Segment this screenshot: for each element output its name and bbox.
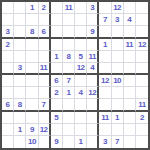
cell-r8c3[interactable] [26,87,38,99]
cell-r5c5[interactable]: 1 [51,51,63,63]
cell-r11c11[interactable] [124,124,136,136]
cell-r1c12[interactable] [136,2,148,14]
cell-r7c12[interactable] [136,75,148,87]
cell-r12c6[interactable] [63,136,75,148]
cell-r7c5[interactable]: 6 [51,75,63,87]
cell-r8c6[interactable]: 1 [63,87,75,99]
cell-r10c7[interactable] [75,112,87,124]
cell-r3c3[interactable]: 8 [26,26,38,38]
cell-r5c7[interactable]: 5 [75,51,87,63]
cell-r8c1[interactable] [2,87,14,99]
cell-r5c6[interactable]: 8 [63,51,75,63]
cell-r7c3[interactable] [26,75,38,87]
cell-r12c10[interactable]: 7 [112,136,124,148]
cell-r2c9[interactable]: 7 [99,14,111,26]
cell-r1c8[interactable]: 3 [87,2,99,14]
cell-r8c11[interactable] [124,87,136,99]
cell-r5c8[interactable]: 11 [87,51,99,63]
cell-r2c8[interactable] [87,14,99,26]
cell-r11c3[interactable]: 9 [26,124,38,136]
cell-r1c3[interactable]: 1 [26,2,38,14]
cell-r4c10[interactable] [112,39,124,51]
cell-r5c4[interactable] [39,51,51,63]
cell-r10c11[interactable] [124,112,136,124]
cell-r10c12[interactable]: 2 [136,112,148,124]
cell-r10c9[interactable]: 11 [99,112,111,124]
cell-r10c6[interactable] [63,112,75,124]
cell-r11c1[interactable] [2,124,14,136]
cell-r11c7[interactable] [75,124,87,136]
cell-r11c9[interactable] [99,124,111,136]
cell-r2c5[interactable] [51,14,63,26]
cell-r12c3[interactable]: 10 [26,136,38,148]
cell-r3c9[interactable] [99,26,111,38]
cell-r6c6[interactable] [63,63,75,75]
cell-r8c9[interactable] [99,87,111,99]
cell-r4c9[interactable]: 1 [99,39,111,51]
cell-r4c1[interactable]: 2 [2,39,14,51]
cell-r3c12[interactable] [136,26,148,38]
cell-r1c6[interactable]: 11 [63,2,75,14]
cell-r1c2[interactable] [14,2,26,14]
cell-r6c4[interactable]: 11 [39,63,51,75]
cell-r11c5[interactable] [51,124,63,136]
cell-r4c11[interactable]: 11 [124,39,136,51]
cell-r9c9[interactable] [99,99,111,111]
cell-r9c10[interactable] [112,99,124,111]
cell-r8c2[interactable] [14,87,26,99]
cell-r7c9[interactable]: 12 [99,75,111,87]
cell-r3c7[interactable] [75,26,87,38]
cell-r7c4[interactable] [39,75,51,87]
cell-r9c8[interactable] [87,99,99,111]
cell-r12c12[interactable] [136,136,148,148]
cell-r3c4[interactable]: 6 [39,26,51,38]
cell-r4c5[interactable] [51,39,63,51]
cell-r12c7[interactable]: 1 [75,136,87,148]
cell-r10c10[interactable]: 1 [112,112,124,124]
cell-r6c12[interactable] [136,63,148,75]
cell-r8c10[interactable] [112,87,124,99]
cell-r5c1[interactable] [2,51,14,63]
cell-r7c11[interactable] [124,75,136,87]
cell-r9c6[interactable] [63,99,75,111]
cell-r3c10[interactable] [112,26,124,38]
cell-r4c3[interactable] [26,39,38,51]
cell-r8c8[interactable]: 12 [87,87,99,99]
cell-r4c8[interactable] [87,39,99,51]
cell-r1c5[interactable] [51,2,63,14]
cell-r9c2[interactable]: 8 [14,99,26,111]
cell-r2c1[interactable] [2,14,14,26]
cell-r11c2[interactable]: 1 [14,124,26,136]
cell-r9c11[interactable] [124,99,136,111]
cell-r5c9[interactable] [99,51,111,63]
cell-r3c6[interactable] [63,26,75,38]
cell-r10c4[interactable] [39,112,51,124]
cell-r11c6[interactable] [63,124,75,136]
cell-r4c7[interactable] [75,39,87,51]
cell-r12c2[interactable] [14,136,26,148]
cell-r2c6[interactable] [63,14,75,26]
cell-r8c7[interactable]: 4 [75,87,87,99]
cell-r6c11[interactable] [124,63,136,75]
cell-r2c11[interactable]: 4 [124,14,136,26]
cell-r6c9[interactable] [99,63,111,75]
cell-r6c10[interactable] [112,63,124,75]
cell-r2c7[interactable] [75,14,87,26]
cell-r3c11[interactable] [124,26,136,38]
cell-r7c7[interactable] [75,75,87,87]
cell-r2c2[interactable] [14,14,26,26]
cell-r3c2[interactable] [14,26,26,38]
cell-r8c5[interactable]: 2 [51,87,63,99]
cell-r6c1[interactable] [2,63,14,75]
sudoku-board: 1211312734386921111218511311124671210214… [0,0,150,150]
cell-r6c7[interactable]: 12 [75,63,87,75]
cell-r11c10[interactable] [112,124,124,136]
cell-r9c7[interactable] [75,99,87,111]
cell-r4c2[interactable] [14,39,26,51]
cell-r11c4[interactable]: 12 [39,124,51,136]
cell-r7c1[interactable] [2,75,14,87]
cell-r5c2[interactable] [14,51,26,63]
cell-r5c12[interactable] [136,51,148,63]
cell-r8c4[interactable] [39,87,51,99]
cell-r4c4[interactable] [39,39,51,51]
cell-r10c5[interactable]: 5 [51,112,63,124]
cell-r7c2[interactable] [14,75,26,87]
cell-r4c12[interactable]: 12 [136,39,148,51]
cell-r2c12[interactable] [136,14,148,26]
cell-r1c10[interactable]: 12 [112,2,124,14]
cell-r10c2[interactable] [14,112,26,124]
cell-r7c8[interactable] [87,75,99,87]
cell-r6c2[interactable]: 3 [14,63,26,75]
cell-r9c3[interactable] [26,99,38,111]
cell-r1c1[interactable] [2,2,14,14]
cell-r4c6[interactable] [63,39,75,51]
cell-r5c10[interactable] [112,51,124,63]
cell-r3c5[interactable] [51,26,63,38]
cell-r12c8[interactable] [87,136,99,148]
cell-r3c1[interactable]: 3 [2,26,14,38]
cell-r12c4[interactable] [39,136,51,148]
cell-r6c5[interactable] [51,63,63,75]
cell-r5c3[interactable] [26,51,38,63]
cell-r1c7[interactable] [75,2,87,14]
cell-r7c10[interactable]: 10 [112,75,124,87]
cell-r1c4[interactable]: 2 [39,2,51,14]
cell-r12c9[interactable]: 3 [99,136,111,148]
cell-r8c12[interactable] [136,87,148,99]
cell-r2c4[interactable] [39,14,51,26]
cell-r9c12[interactable]: 11 [136,99,148,111]
cell-r7c6[interactable]: 7 [63,75,75,87]
cell-r12c11[interactable] [124,136,136,148]
cell-r9c5[interactable] [51,99,63,111]
cell-r10c3[interactable] [26,112,38,124]
cell-r11c12[interactable] [136,124,148,136]
cell-r3c8[interactable]: 9 [87,26,99,38]
cell-r6c3[interactable] [26,63,38,75]
cell-r1c11[interactable] [124,2,136,14]
cell-r6c8[interactable]: 4 [87,63,99,75]
cell-r2c3[interactable] [26,14,38,26]
cell-r10c1[interactable] [2,112,14,124]
cell-r5c11[interactable] [124,51,136,63]
cell-r1c9[interactable] [99,2,111,14]
cell-r9c4[interactable]: 7 [39,99,51,111]
cell-r9c1[interactable]: 6 [2,99,14,111]
cell-r10c8[interactable] [87,112,99,124]
cell-r12c1[interactable] [2,136,14,148]
cell-r12c5[interactable]: 9 [51,136,63,148]
cell-r11c8[interactable] [87,124,99,136]
cell-r2c10[interactable]: 3 [112,14,124,26]
